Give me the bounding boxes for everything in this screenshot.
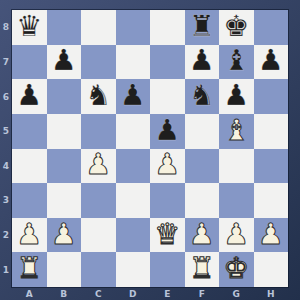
square-h4[interactable] — [254, 149, 289, 184]
black-knight[interactable]: ♞ — [189, 81, 215, 110]
square-e6[interactable] — [150, 79, 185, 114]
square-b3[interactable] — [47, 183, 82, 218]
square-f6[interactable]: ♞ — [185, 79, 220, 114]
file-labels: ABCDEFGH — [12, 287, 288, 300]
square-a7[interactable] — [12, 45, 47, 80]
square-h5[interactable] — [254, 114, 289, 149]
file-label-d: D — [116, 287, 151, 300]
square-e4[interactable]: ♟ — [150, 149, 185, 184]
file-label-b: B — [47, 287, 82, 300]
square-g3[interactable] — [219, 183, 254, 218]
square-g1[interactable]: ♚ — [219, 252, 254, 287]
black-pawn[interactable]: ♟ — [51, 46, 77, 75]
square-h7[interactable]: ♟ — [254, 45, 289, 80]
square-d8[interactable] — [116, 10, 151, 45]
black-pawn[interactable]: ♟ — [189, 46, 215, 75]
square-h3[interactable] — [254, 183, 289, 218]
white-pawn[interactable]: ♟ — [223, 220, 249, 249]
white-king[interactable]: ♚ — [223, 254, 249, 283]
square-c5[interactable] — [81, 114, 116, 149]
square-f3[interactable] — [185, 183, 220, 218]
square-d2[interactable] — [116, 218, 151, 253]
square-a1[interactable]: ♜ — [12, 252, 47, 287]
square-a5[interactable] — [12, 114, 47, 149]
square-c7[interactable] — [81, 45, 116, 80]
square-c6[interactable]: ♞ — [81, 79, 116, 114]
square-c4[interactable]: ♟ — [81, 149, 116, 184]
square-e1[interactable] — [150, 252, 185, 287]
square-b7[interactable]: ♟ — [47, 45, 82, 80]
rank-label-5: 5 — [0, 114, 12, 149]
rank-label-4: 4 — [0, 149, 12, 184]
black-rook[interactable]: ♜ — [189, 12, 215, 41]
square-g5[interactable]: ♝ — [219, 114, 254, 149]
white-pawn[interactable]: ♟ — [16, 220, 42, 249]
square-a3[interactable] — [12, 183, 47, 218]
square-d3[interactable] — [116, 183, 151, 218]
black-knight[interactable]: ♞ — [85, 81, 111, 110]
square-b5[interactable] — [47, 114, 82, 149]
rank-label-3: 3 — [0, 183, 12, 218]
square-a8[interactable]: ♛ — [12, 10, 47, 45]
square-g7[interactable]: ♝ — [219, 45, 254, 80]
rank-labels: 87654321 — [0, 10, 12, 287]
white-bishop[interactable]: ♝ — [223, 116, 249, 145]
square-a2[interactable]: ♟ — [12, 218, 47, 253]
square-f7[interactable]: ♟ — [185, 45, 220, 80]
square-b4[interactable] — [47, 149, 82, 184]
white-pawn[interactable]: ♟ — [189, 220, 215, 249]
white-rook[interactable]: ♜ — [16, 254, 42, 283]
square-e2[interactable]: ♛ — [150, 218, 185, 253]
square-g8[interactable]: ♚ — [219, 10, 254, 45]
square-g6[interactable]: ♟ — [219, 79, 254, 114]
rank-label-8: 8 — [0, 10, 12, 45]
rank-label-1: 1 — [0, 252, 12, 287]
rank-label-6: 6 — [0, 79, 12, 114]
chess-board: ♛♜♚♟♟♝♟♟♞♟♞♟♟♝♟♟♟♟♛♟♟♟♜♜♚ — [12, 10, 288, 287]
square-c8[interactable] — [81, 10, 116, 45]
square-d4[interactable] — [116, 149, 151, 184]
file-label-h: H — [254, 287, 289, 300]
white-rook[interactable]: ♜ — [189, 254, 215, 283]
square-h8[interactable] — [254, 10, 289, 45]
square-f8[interactable]: ♜ — [185, 10, 220, 45]
file-label-a: A — [12, 287, 47, 300]
square-e8[interactable] — [150, 10, 185, 45]
black-pawn[interactable]: ♟ — [258, 46, 284, 75]
white-pawn[interactable]: ♟ — [258, 220, 284, 249]
square-b2[interactable]: ♟ — [47, 218, 82, 253]
square-d1[interactable] — [116, 252, 151, 287]
square-f4[interactable] — [185, 149, 220, 184]
square-d7[interactable] — [116, 45, 151, 80]
square-a4[interactable] — [12, 149, 47, 184]
square-c3[interactable] — [81, 183, 116, 218]
file-label-f: F — [185, 287, 220, 300]
file-label-c: C — [81, 287, 116, 300]
square-e7[interactable] — [150, 45, 185, 80]
square-b8[interactable] — [47, 10, 82, 45]
black-pawn[interactable]: ♟ — [16, 81, 42, 110]
white-pawn[interactable]: ♟ — [85, 150, 111, 179]
file-label-e: E — [150, 287, 185, 300]
black-bishop[interactable]: ♝ — [223, 46, 249, 75]
square-h6[interactable] — [254, 79, 289, 114]
square-g2[interactable]: ♟ — [219, 218, 254, 253]
rank-label-2: 2 — [0, 218, 12, 253]
white-pawn[interactable]: ♟ — [51, 220, 77, 249]
chess-board-frame: 87654321 ♛♜♚♟♟♝♟♟♞♟♞♟♟♝♟♟♟♟♛♟♟♟♜♜♚ ABCDE… — [0, 0, 300, 300]
black-queen[interactable]: ♛ — [16, 12, 42, 41]
square-a6[interactable]: ♟ — [12, 79, 47, 114]
square-f5[interactable] — [185, 114, 220, 149]
square-f2[interactable]: ♟ — [185, 218, 220, 253]
square-d5[interactable] — [116, 114, 151, 149]
rank-label-7: 7 — [0, 45, 12, 80]
black-pawn[interactable]: ♟ — [120, 81, 146, 110]
square-f1[interactable]: ♜ — [185, 252, 220, 287]
square-c1[interactable] — [81, 252, 116, 287]
square-h1[interactable] — [254, 252, 289, 287]
file-label-g: G — [219, 287, 254, 300]
black-pawn[interactable]: ♟ — [223, 81, 249, 110]
square-e3[interactable] — [150, 183, 185, 218]
square-d6[interactable]: ♟ — [116, 79, 151, 114]
square-b1[interactable] — [47, 252, 82, 287]
black-king[interactable]: ♚ — [223, 12, 249, 41]
square-e5[interactable]: ♟ — [150, 114, 185, 149]
white-pawn[interactable]: ♟ — [154, 150, 180, 179]
square-g4[interactable] — [219, 149, 254, 184]
white-queen[interactable]: ♛ — [154, 220, 180, 249]
square-h2[interactable]: ♟ — [254, 218, 289, 253]
square-b6[interactable] — [47, 79, 82, 114]
black-pawn[interactable]: ♟ — [154, 116, 180, 145]
square-c2[interactable] — [81, 218, 116, 253]
